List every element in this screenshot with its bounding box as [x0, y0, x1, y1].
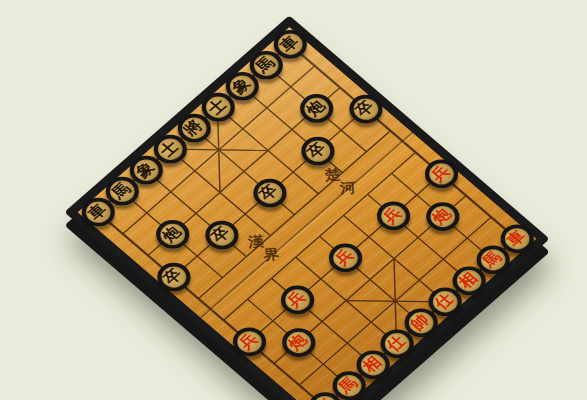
piece-character: 卒 — [161, 266, 185, 287]
piece-character: 相 — [360, 353, 384, 374]
piece-character: 卒 — [353, 98, 377, 119]
piece-character: 炮 — [286, 331, 310, 352]
piece-character: 相 — [456, 269, 480, 290]
river-char-jie: 界 — [261, 244, 282, 264]
piece-character: 車 — [504, 227, 528, 248]
piece-character: 象 — [133, 159, 157, 180]
piece-character: 馬 — [336, 374, 360, 395]
piece-character: 卒 — [305, 140, 329, 161]
piece-character: 馬 — [480, 248, 504, 269]
piece-character: 炮 — [430, 205, 454, 226]
piece-character: 車 — [85, 201, 109, 222]
piece-character: 帥 — [408, 311, 432, 332]
river-char-he: 河 — [337, 177, 358, 197]
piece-character: 馬 — [109, 180, 133, 201]
piece-character: 象 — [229, 75, 253, 96]
piece-character: 馬 — [253, 54, 277, 75]
piece-character: 車 — [277, 33, 301, 54]
piece-character: 炮 — [159, 223, 183, 244]
piece-character: 兵 — [380, 205, 404, 226]
piece-character: 仕 — [384, 332, 408, 353]
piece-character: 士 — [205, 96, 229, 117]
piece-character: 將 — [181, 117, 205, 138]
xiangqi-board: 楚 河 漢 界 車馬象士將士象馬車炮炮卒卒卒卒卒兵兵兵兵兵炮炮車馬相仕帥仕相馬車 — [64, 15, 550, 400]
piece-character: 卒 — [209, 224, 233, 245]
piece-character: 卒 — [257, 182, 281, 203]
piece-character: 炮 — [303, 97, 327, 118]
piece-character: 兵 — [284, 289, 308, 310]
piece-character: 士 — [157, 138, 181, 159]
piece-character: 仕 — [432, 290, 456, 311]
photo-scene: 楚 河 漢 界 車馬象士將士象馬車炮炮卒卒卒卒卒兵兵兵兵兵炮炮車馬相仕帥仕相馬車 — [0, 0, 587, 400]
piece-character: 兵 — [332, 247, 356, 268]
piece-character: 兵 — [236, 331, 260, 352]
piece-character: 兵 — [428, 163, 452, 184]
board-surface: 楚 河 漢 界 車馬象士將士象馬車炮炮卒卒卒卒卒兵兵兵兵兵炮炮車馬相仕帥仕相馬車 — [78, 27, 536, 400]
piece-character: 車 — [312, 395, 336, 400]
